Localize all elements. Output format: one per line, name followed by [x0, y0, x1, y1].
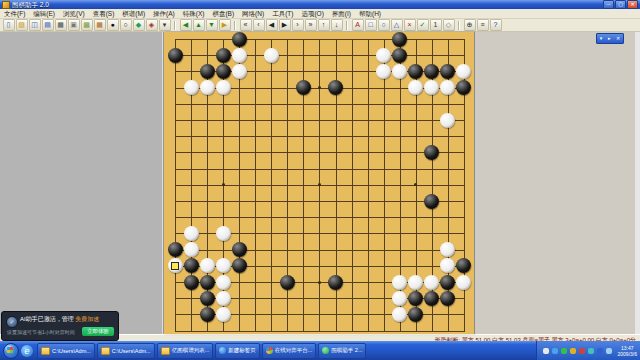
- palette-icon[interactable]: ◈: [146, 19, 158, 31]
- go-start-icon[interactable]: «: [240, 19, 252, 31]
- taskbar-ie-window[interactable]: 新建标签页: [215, 343, 260, 359]
- mini-toolbar[interactable]: ▾▸✕: [596, 33, 624, 44]
- menu-item-12[interactable]: 帮助(H): [355, 9, 385, 18]
- mark-circle-icon[interactable]: ○: [378, 19, 390, 31]
- star-point: [222, 183, 225, 186]
- stone-white-c14-r15: [392, 275, 407, 290]
- menu-item-6[interactable]: 特殊(X): [179, 9, 209, 18]
- nav-play-icon[interactable]: ▶: [219, 19, 231, 31]
- stone-black-c2-r17: [200, 307, 215, 322]
- tray-icon-4[interactable]: [579, 348, 585, 354]
- stone-black-c17-r15: [440, 275, 455, 290]
- stone-white-c17-r3: [440, 80, 455, 95]
- stone-black-c4-r13: [232, 242, 247, 257]
- tray-icon-0[interactable]: [543, 348, 549, 354]
- stone-white-c14-r16: [392, 291, 407, 306]
- menu-item-1[interactable]: 编辑(E): [29, 9, 59, 18]
- options-icon[interactable]: ≡: [477, 19, 489, 31]
- zoom-icon[interactable]: ⊕: [464, 19, 476, 31]
- taskbar: e C:\Users\Adm...C:\Users\Adm...亿图棋谱列表..…: [0, 341, 640, 360]
- stone-black-c3-r1: [216, 48, 231, 63]
- stone-white-c1-r3: [184, 80, 199, 95]
- mark-letter-icon[interactable]: A: [352, 19, 364, 31]
- stone-black-c16-r16: [424, 291, 439, 306]
- stone-black-c3-r2: [216, 64, 231, 79]
- menu-item-10[interactable]: 选项(O): [297, 9, 327, 18]
- folder-icon: [41, 347, 50, 355]
- star-point: [318, 281, 321, 284]
- toolbar: ▯▨◫▤▦▣▩▦●○◆◈▾◀▲▼▶«‹◀▶›»↑↓A□○△×✓1◇⊕≡?: [0, 19, 640, 32]
- right-scroll-strip[interactable]: [635, 32, 640, 334]
- taskbar-folder-2[interactable]: C:\Users\Adm...: [97, 343, 155, 359]
- popup-action-button[interactable]: 立即体验: [82, 327, 114, 336]
- menu-item-0[interactable]: 文件(F): [0, 9, 29, 18]
- menu-item-7[interactable]: 棋盘(B): [208, 9, 238, 18]
- taskbar-go-assistant[interactable]: 围棋助手 2...: [318, 343, 366, 359]
- tray-icon-6[interactable]: [597, 348, 603, 354]
- stone-black-c14-r0: [392, 32, 407, 47]
- stone-black-c15-r2: [408, 64, 423, 79]
- stone-white-c13-r2: [376, 64, 391, 79]
- mark-triangle-icon[interactable]: △: [391, 19, 403, 31]
- menu-item-9[interactable]: 工具(T): [268, 9, 297, 18]
- stone-white-c1-r12: [184, 226, 199, 241]
- new-doc-icon[interactable]: ▯: [3, 19, 15, 31]
- menu-item-4[interactable]: 棋谱(M): [118, 9, 149, 18]
- menu-item-3[interactable]: 查看(S): [89, 9, 119, 18]
- stone-black-c7-r15: [280, 275, 295, 290]
- window-title: 围棋助手 2.0: [12, 0, 602, 9]
- print-icon[interactable]: ▦: [55, 19, 67, 31]
- main-area: ▾▸✕: [0, 32, 640, 334]
- help-icon[interactable]: ?: [490, 19, 502, 31]
- tray-icon-7[interactable]: [606, 348, 612, 354]
- mark-diamond-icon[interactable]: ◇: [443, 19, 455, 31]
- stone-black-c14-r1: [392, 48, 407, 63]
- variation-down-icon[interactable]: ↓: [331, 19, 343, 31]
- stone-black-c2-r16: [200, 291, 215, 306]
- stone-white-c14-r17: [392, 307, 407, 322]
- folder-icon: [101, 347, 110, 355]
- save-icon[interactable]: ◫: [29, 19, 41, 31]
- mini-toolbar-button-0[interactable]: ▾: [600, 34, 603, 43]
- tray-clock[interactable]: 13:47 2009/3/6: [618, 345, 637, 357]
- stone-white-c17-r13: [440, 242, 455, 257]
- go-board[interactable]: [164, 32, 475, 334]
- stone-white-c3-r3: [216, 80, 231, 95]
- mark-number-icon[interactable]: 1: [430, 19, 442, 31]
- stone-black-c17-r16: [440, 291, 455, 306]
- mark-square-icon[interactable]: □: [365, 19, 377, 31]
- stone-white-c3-r12: [216, 226, 231, 241]
- star-point: [318, 86, 321, 89]
- stone-black-icon[interactable]: ●: [107, 19, 119, 31]
- taskbar-folder-3[interactable]: 亿图棋谱列表...: [157, 343, 214, 359]
- info-icon[interactable]: ◆: [133, 19, 145, 31]
- stone-black-c10-r3: [328, 80, 343, 95]
- mini-toolbar-button-1[interactable]: ▸: [608, 34, 611, 43]
- stone-white-c15-r3: [408, 80, 423, 95]
- stone-white-c6-r1: [264, 48, 279, 63]
- stone-black-c18-r14: [456, 258, 471, 273]
- stone-white-c1-r13: [184, 242, 199, 257]
- stone-black-c0-r1: [168, 48, 183, 63]
- popup-title: AI助手已激活，管理 免费加速: [20, 315, 99, 324]
- stone-white-c4-r1: [232, 48, 247, 63]
- menu-item-2[interactable]: 浏览(V): [59, 9, 89, 18]
- stone-black-c2-r2: [200, 64, 215, 79]
- popup-highlight: 免费加速: [75, 316, 99, 322]
- stone-white-c17-r14: [440, 258, 455, 273]
- stone-white-c3-r16: [216, 291, 231, 306]
- stone-black-c18-r3: [456, 80, 471, 95]
- menu-item-5[interactable]: 操作(A): [149, 9, 179, 18]
- stone-white-c17-r5: [440, 113, 455, 128]
- stone-black-c8-r3: [296, 80, 311, 95]
- shield-icon: ✓: [6, 316, 18, 328]
- stone-white-c16-r3: [424, 80, 439, 95]
- mark-cross-icon[interactable]: ×: [404, 19, 416, 31]
- stone-black-c16-r2: [424, 64, 439, 79]
- stone-white-c0-r14: [168, 258, 183, 273]
- stone-white-c2-r14: [200, 258, 215, 273]
- start-button[interactable]: [3, 343, 19, 359]
- stone-black-c16-r10: [424, 194, 439, 209]
- stone-black-c2-r15: [200, 275, 215, 290]
- stone-white-c3-r14: [216, 258, 231, 273]
- mark-check-icon[interactable]: ✓: [417, 19, 429, 31]
- nav-down-icon[interactable]: ▼: [206, 19, 218, 31]
- nav-first-icon[interactable]: ◀: [180, 19, 192, 31]
- stone-black-c10-r15: [328, 275, 343, 290]
- tray-icon-2[interactable]: [561, 348, 567, 354]
- stone-white-c4-r2: [232, 64, 247, 79]
- nav-up-icon[interactable]: ▲: [193, 19, 205, 31]
- stone-black-c1-r14: [184, 258, 199, 273]
- tray-icons: [542, 348, 614, 354]
- stone-white-c16-r15: [424, 275, 439, 290]
- ie-icon: [219, 347, 226, 354]
- tray-icon-1[interactable]: [552, 348, 558, 354]
- app-icon: [2, 1, 10, 9]
- last-move-marker: [171, 262, 179, 270]
- notification-popup: ✓ AI助手已激活，管理 免费加速 设置加速可节省1小时对弈时间 立即体验: [1, 311, 119, 341]
- board-view-icon[interactable]: ▦: [94, 19, 106, 31]
- paste-icon[interactable]: ▩: [81, 19, 93, 31]
- stone-white-c15-r15: [408, 275, 423, 290]
- dropdown-caret-icon[interactable]: ▾: [159, 19, 171, 31]
- stone-black-c15-r17: [408, 307, 423, 322]
- open-folder-icon[interactable]: ▨: [16, 19, 28, 31]
- mini-toolbar-button-2[interactable]: ✕: [616, 34, 620, 43]
- close-button[interactable]: ✕: [627, 0, 638, 9]
- stone-white-c18-r15: [456, 275, 471, 290]
- copy-icon[interactable]: ▣: [68, 19, 80, 31]
- stone-white-c3-r15: [216, 275, 231, 290]
- stone-white-c13-r1: [376, 48, 391, 63]
- fwd10-icon[interactable]: ›: [292, 19, 304, 31]
- menu-item-8[interactable]: 网络(N): [238, 9, 268, 18]
- stone-black-c16-r7: [424, 145, 439, 160]
- stone-black-c4-r0: [232, 32, 247, 47]
- stone-black-c4-r14: [232, 258, 247, 273]
- taskbar-online-go[interactable]: 在线对弈平台...: [262, 343, 317, 359]
- back10-icon[interactable]: ‹: [253, 19, 265, 31]
- title-bar: 围棋助手 2.0 ─ ▢ ✕: [0, 0, 640, 9]
- system-tray: 13:47 2009/3/6: [536, 341, 640, 360]
- menu-item-11[interactable]: 界面(I): [328, 9, 355, 18]
- ie-quicklaunch-icon[interactable]: e: [21, 345, 33, 357]
- folder-icon: [161, 347, 170, 355]
- stone-white-c14-r2: [392, 64, 407, 79]
- menubar: 文件(F)编辑(E)浏览(V)查看(S)棋谱(M)操作(A)特殊(X)棋盘(B)…: [0, 9, 640, 19]
- left-panel: [0, 32, 164, 334]
- variation-up-icon[interactable]: ↑: [318, 19, 330, 31]
- stone-white-c2-r3: [200, 80, 215, 95]
- tray-icon-5[interactable]: [588, 348, 594, 354]
- stone-white-icon[interactable]: ○: [120, 19, 132, 31]
- stone-white-c18-r2: [456, 64, 471, 79]
- taskbar-buttons: C:\Users\Adm...C:\Users\Adm...亿图棋谱列表...新…: [37, 343, 368, 359]
- stone-black-c17-r2: [440, 64, 455, 79]
- stone-black-c0-r13: [168, 242, 183, 257]
- taskbar-folder-1[interactable]: C:\Users\Adm...: [37, 343, 95, 359]
- fwd-icon[interactable]: ▶: [279, 19, 291, 31]
- tray-icon-3[interactable]: [570, 348, 576, 354]
- right-panel: ▾▸✕: [475, 32, 640, 334]
- popup-subtext: 设置加速可节省1小时对弈时间: [7, 329, 75, 335]
- maximize-button[interactable]: ▢: [615, 0, 626, 9]
- stone-black-c15-r16: [408, 291, 423, 306]
- back-icon[interactable]: ◀: [266, 19, 278, 31]
- stone-white-c3-r17: [216, 307, 231, 322]
- stone-black-c1-r15: [184, 275, 199, 290]
- colors-icon: [266, 347, 273, 354]
- star-point: [318, 183, 321, 186]
- star-point: [414, 183, 417, 186]
- green-icon: [322, 347, 329, 354]
- minimize-button[interactable]: ─: [603, 0, 614, 9]
- go-end-icon[interactable]: »: [305, 19, 317, 31]
- save-all-icon[interactable]: ▤: [42, 19, 54, 31]
